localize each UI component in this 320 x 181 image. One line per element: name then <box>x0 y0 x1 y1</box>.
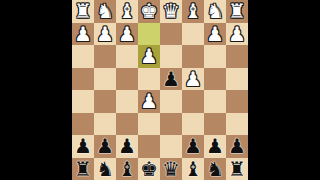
square-b4[interactable] <box>204 68 226 91</box>
square-b2[interactable]: ♟ <box>204 23 226 46</box>
piece-white-pawn[interactable]: ♟ <box>140 91 158 111</box>
piece-white-rook[interactable]: ♜ <box>74 1 92 21</box>
square-e3[interactable]: ♟ <box>138 45 160 68</box>
square-h4[interactable] <box>72 68 94 91</box>
square-h2[interactable]: ♟ <box>72 23 94 46</box>
square-a3[interactable] <box>226 45 248 68</box>
piece-white-rook[interactable]: ♜ <box>228 1 246 21</box>
square-a7[interactable]: ♟ <box>226 135 248 158</box>
piece-black-rook[interactable]: ♜ <box>74 159 92 179</box>
piece-white-bishop[interactable]: ♝ <box>184 1 202 21</box>
square-f2[interactable]: ♟ <box>116 23 138 46</box>
square-d3[interactable] <box>160 45 182 68</box>
square-c3[interactable] <box>182 45 204 68</box>
square-a6[interactable] <box>226 113 248 136</box>
square-c8[interactable]: ♝ <box>182 158 204 181</box>
square-c1[interactable]: ♝ <box>182 0 204 23</box>
piece-black-pawn[interactable]: ♟ <box>162 69 180 89</box>
piece-black-pawn[interactable]: ♟ <box>118 136 136 156</box>
chess-board: ♜♞♝♚♛♝♞♜♟♟♟♟♟♟♟♟♟♟♟♟♟♟♟♜♞♝♚♛♝♞♜ <box>72 0 248 180</box>
piece-white-pawn[interactable]: ♟ <box>206 24 224 44</box>
piece-white-pawn[interactable]: ♟ <box>96 24 114 44</box>
square-f4[interactable] <box>116 68 138 91</box>
square-e8[interactable]: ♚ <box>138 158 160 181</box>
square-b3[interactable] <box>204 45 226 68</box>
square-e4[interactable] <box>138 68 160 91</box>
square-g2[interactable]: ♟ <box>94 23 116 46</box>
square-h8[interactable]: ♜ <box>72 158 94 181</box>
square-g5[interactable] <box>94 90 116 113</box>
piece-black-pawn[interactable]: ♟ <box>74 136 92 156</box>
square-a1[interactable]: ♜ <box>226 0 248 23</box>
piece-white-pawn[interactable]: ♟ <box>184 69 202 89</box>
square-e1[interactable]: ♚ <box>138 0 160 23</box>
square-a4[interactable] <box>226 68 248 91</box>
app-screen: ♜♞♝♚♛♝♞♜♟♟♟♟♟♟♟♟♟♟♟♟♟♟♟♜♞♝♚♛♝♞♜ <box>0 0 320 180</box>
square-h1[interactable]: ♜ <box>72 0 94 23</box>
square-h5[interactable] <box>72 90 94 113</box>
square-c7[interactable]: ♟ <box>182 135 204 158</box>
square-b8[interactable]: ♞ <box>204 158 226 181</box>
piece-black-queen[interactable]: ♛ <box>162 159 180 179</box>
piece-black-knight[interactable]: ♞ <box>206 159 224 179</box>
square-d4[interactable]: ♟ <box>160 68 182 91</box>
square-d8[interactable]: ♛ <box>160 158 182 181</box>
square-a5[interactable] <box>226 90 248 113</box>
square-b5[interactable] <box>204 90 226 113</box>
piece-white-bishop[interactable]: ♝ <box>118 1 136 21</box>
piece-white-knight[interactable]: ♞ <box>206 1 224 21</box>
square-e7[interactable] <box>138 135 160 158</box>
square-e5[interactable]: ♟ <box>138 90 160 113</box>
piece-black-pawn[interactable]: ♟ <box>184 136 202 156</box>
square-d2[interactable] <box>160 23 182 46</box>
square-f5[interactable] <box>116 90 138 113</box>
square-f7[interactable]: ♟ <box>116 135 138 158</box>
square-c6[interactable] <box>182 113 204 136</box>
square-f8[interactable]: ♝ <box>116 158 138 181</box>
square-f1[interactable]: ♝ <box>116 0 138 23</box>
piece-white-pawn[interactable]: ♟ <box>140 46 158 66</box>
square-f3[interactable] <box>116 45 138 68</box>
square-g8[interactable]: ♞ <box>94 158 116 181</box>
square-c2[interactable] <box>182 23 204 46</box>
square-g6[interactable] <box>94 113 116 136</box>
square-a8[interactable]: ♜ <box>226 158 248 181</box>
piece-black-pawn[interactable]: ♟ <box>96 136 114 156</box>
square-c5[interactable] <box>182 90 204 113</box>
piece-black-knight[interactable]: ♞ <box>96 159 114 179</box>
square-a2[interactable]: ♟ <box>226 23 248 46</box>
square-g4[interactable] <box>94 68 116 91</box>
piece-white-king[interactable]: ♚ <box>140 1 158 21</box>
piece-black-pawn[interactable]: ♟ <box>206 136 224 156</box>
piece-black-king[interactable]: ♚ <box>140 159 158 179</box>
square-d5[interactable] <box>160 90 182 113</box>
square-e2[interactable] <box>138 23 160 46</box>
square-g1[interactable]: ♞ <box>94 0 116 23</box>
piece-white-knight[interactable]: ♞ <box>96 1 114 21</box>
square-h6[interactable] <box>72 113 94 136</box>
piece-black-bishop[interactable]: ♝ <box>184 159 202 179</box>
piece-black-pawn[interactable]: ♟ <box>228 136 246 156</box>
piece-white-pawn[interactable]: ♟ <box>74 24 92 44</box>
square-g7[interactable]: ♟ <box>94 135 116 158</box>
square-d1[interactable]: ♛ <box>160 0 182 23</box>
square-b6[interactable] <box>204 113 226 136</box>
square-h7[interactable]: ♟ <box>72 135 94 158</box>
piece-white-pawn[interactable]: ♟ <box>118 24 136 44</box>
square-b1[interactable]: ♞ <box>204 0 226 23</box>
square-e6[interactable] <box>138 113 160 136</box>
square-c4[interactable]: ♟ <box>182 68 204 91</box>
square-h3[interactable] <box>72 45 94 68</box>
piece-white-queen[interactable]: ♛ <box>162 1 180 21</box>
piece-black-bishop[interactable]: ♝ <box>118 159 136 179</box>
square-f6[interactable] <box>116 113 138 136</box>
square-b7[interactable]: ♟ <box>204 135 226 158</box>
piece-white-pawn[interactable]: ♟ <box>228 24 246 44</box>
square-d6[interactable] <box>160 113 182 136</box>
square-d7[interactable] <box>160 135 182 158</box>
piece-black-rook[interactable]: ♜ <box>228 159 246 179</box>
square-g3[interactable] <box>94 45 116 68</box>
